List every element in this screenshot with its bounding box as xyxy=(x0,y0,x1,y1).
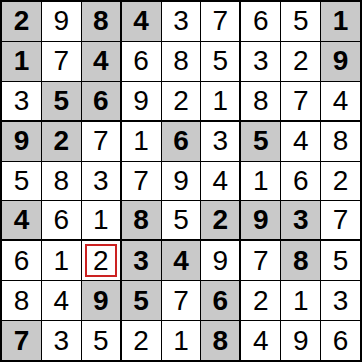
cell-r5c2[interactable]: 8 xyxy=(42,162,81,201)
cell-r8c2[interactable]: 4 xyxy=(42,281,81,320)
given-cell-r3c2: 5 xyxy=(42,82,81,121)
cell-r7c6[interactable]: 9 xyxy=(201,241,240,280)
given-cell-r3c3: 6 xyxy=(82,82,121,121)
cell-r7c3[interactable]: 2 xyxy=(82,241,121,280)
cell-r6c2[interactable]: 6 xyxy=(42,201,81,240)
given-cell-r6c8: 3 xyxy=(281,201,320,240)
given-cell-r8c6: 6 xyxy=(201,281,240,320)
cell-r1c8[interactable]: 5 xyxy=(281,2,320,41)
given-cell-r4c1: 9 xyxy=(2,122,41,161)
cell-r3c5[interactable]: 2 xyxy=(162,82,201,121)
cell-r3c6[interactable]: 1 xyxy=(201,82,240,121)
given-cell-r2c9: 9 xyxy=(321,42,360,81)
cell-r1c6[interactable]: 7 xyxy=(201,2,240,41)
cell-r5c4[interactable]: 7 xyxy=(122,162,161,201)
cell-r3c9[interactable]: 4 xyxy=(321,82,360,121)
cell-r6c3[interactable]: 1 xyxy=(82,201,121,240)
cell-r2c2[interactable]: 7 xyxy=(42,42,81,81)
given-cell-r9c1: 7 xyxy=(2,321,41,360)
given-cell-r4c5: 6 xyxy=(162,122,201,161)
cell-r4c8[interactable]: 4 xyxy=(281,122,320,161)
cell-r1c7[interactable]: 6 xyxy=(241,2,280,41)
sudoku-board: 2984376511746853293569218749271635485837… xyxy=(0,0,362,362)
cell-r8c8[interactable]: 1 xyxy=(281,281,320,320)
given-cell-r7c5: 4 xyxy=(162,241,201,280)
cell-r9c2[interactable]: 3 xyxy=(42,321,81,360)
cell-r9c3[interactable]: 5 xyxy=(82,321,121,360)
given-cell-r8c3: 9 xyxy=(82,281,121,320)
cell-r8c7[interactable]: 2 xyxy=(241,281,280,320)
cell-r4c3[interactable]: 7 xyxy=(82,122,121,161)
cell-r8c9[interactable]: 3 xyxy=(321,281,360,320)
cell-r7c7[interactable]: 7 xyxy=(241,241,280,280)
cell-r9c8[interactable]: 9 xyxy=(281,321,320,360)
cell-r5c8[interactable]: 6 xyxy=(281,162,320,201)
cell-r4c6[interactable]: 3 xyxy=(201,122,240,161)
cell-r4c4[interactable]: 1 xyxy=(122,122,161,161)
cell-r3c1[interactable]: 3 xyxy=(2,82,41,121)
cell-r2c6[interactable]: 5 xyxy=(201,42,240,81)
cell-r3c4[interactable]: 9 xyxy=(122,82,161,121)
given-cell-r4c7: 5 xyxy=(241,122,280,161)
cell-r1c5[interactable]: 3 xyxy=(162,2,201,41)
cell-r2c4[interactable]: 6 xyxy=(122,42,161,81)
cell-r2c5[interactable]: 8 xyxy=(162,42,201,81)
cell-r2c8[interactable]: 2 xyxy=(281,42,320,81)
given-cell-r9c6: 8 xyxy=(201,321,240,360)
given-cell-r4c2: 2 xyxy=(42,122,81,161)
cell-r5c6[interactable]: 4 xyxy=(201,162,240,201)
cell-r8c5[interactable]: 7 xyxy=(162,281,201,320)
cell-r6c9[interactable]: 7 xyxy=(321,201,360,240)
given-cell-r6c7: 9 xyxy=(241,201,280,240)
cell-r1c2[interactable]: 9 xyxy=(42,2,81,41)
cell-r5c1[interactable]: 5 xyxy=(2,162,41,201)
cell-r3c7[interactable]: 8 xyxy=(241,82,280,121)
cell-r2c7[interactable]: 3 xyxy=(241,42,280,81)
given-cell-r2c3: 4 xyxy=(82,42,121,81)
given-cell-r1c3: 8 xyxy=(82,2,121,41)
given-cell-r6c1: 4 xyxy=(2,201,41,240)
cell-r9c4[interactable]: 2 xyxy=(122,321,161,360)
given-cell-r8c4: 5 xyxy=(122,281,161,320)
cell-r9c9[interactable]: 6 xyxy=(321,321,360,360)
cell-r5c7[interactable]: 1 xyxy=(241,162,280,201)
cell-r8c1[interactable]: 8 xyxy=(2,281,41,320)
cell-r5c9[interactable]: 2 xyxy=(321,162,360,201)
given-cell-r1c4: 4 xyxy=(122,2,161,41)
cell-r7c1[interactable]: 6 xyxy=(2,241,41,280)
given-cell-r7c4: 3 xyxy=(122,241,161,280)
cell-r4c9[interactable]: 8 xyxy=(321,122,360,161)
cell-r5c5[interactable]: 9 xyxy=(162,162,201,201)
cell-r7c2[interactable]: 1 xyxy=(42,241,81,280)
given-cell-r7c8: 8 xyxy=(281,241,320,280)
cell-r5c3[interactable]: 3 xyxy=(82,162,121,201)
given-cell-r6c6: 2 xyxy=(201,201,240,240)
cell-r9c5[interactable]: 1 xyxy=(162,321,201,360)
given-cell-r1c9: 1 xyxy=(321,2,360,41)
given-cell-r2c1: 1 xyxy=(2,42,41,81)
cell-r3c8[interactable]: 7 xyxy=(281,82,320,121)
cell-r6c5[interactable]: 5 xyxy=(162,201,201,240)
cell-r7c9[interactable]: 5 xyxy=(321,241,360,280)
given-cell-r6c4: 8 xyxy=(122,201,161,240)
given-cell-r1c1: 2 xyxy=(2,2,41,41)
cell-r9c7[interactable]: 4 xyxy=(241,321,280,360)
